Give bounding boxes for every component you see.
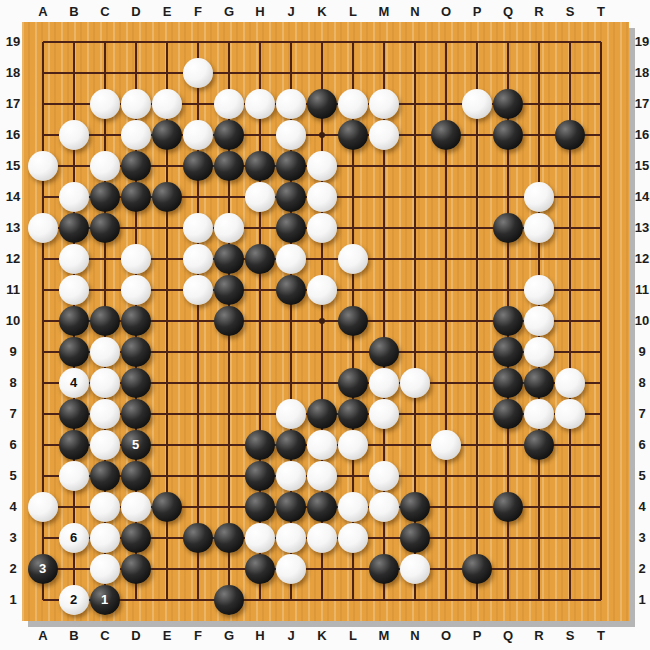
black-stone[interactable] [245, 461, 275, 491]
black-stone[interactable] [307, 492, 337, 522]
black-stone[interactable] [59, 399, 89, 429]
white-stone[interactable] [276, 89, 306, 119]
col-label-bottom-E: E [152, 629, 182, 643]
white-stone[interactable] [369, 461, 399, 491]
row-label-left-16: 16 [2, 128, 24, 142]
white-stone[interactable] [524, 213, 554, 243]
white-stone[interactable]: 2 [59, 585, 89, 615]
black-stone[interactable] [90, 182, 120, 212]
col-label-top-K: K [307, 5, 337, 19]
white-stone[interactable] [307, 275, 337, 305]
white-stone[interactable] [90, 89, 120, 119]
black-stone[interactable] [400, 492, 430, 522]
white-stone[interactable] [183, 213, 213, 243]
white-stone[interactable] [524, 337, 554, 367]
row-label-left-6: 6 [2, 438, 24, 452]
col-label-top-C: C [90, 5, 120, 19]
black-stone[interactable] [493, 120, 523, 150]
col-label-top-F: F [183, 5, 213, 19]
black-stone[interactable] [214, 244, 244, 274]
white-stone[interactable] [90, 337, 120, 367]
black-stone[interactable] [555, 120, 585, 150]
black-stone[interactable] [462, 554, 492, 584]
black-stone[interactable] [90, 461, 120, 491]
black-stone[interactable]: 1 [90, 585, 120, 615]
col-label-top-O: O [431, 5, 461, 19]
row-label-left-2: 2 [2, 562, 24, 576]
white-stone[interactable] [307, 461, 337, 491]
col-label-bottom-B: B [59, 629, 89, 643]
row-label-right-17: 17 [631, 97, 650, 111]
white-stone[interactable] [121, 120, 151, 150]
black-stone[interactable] [214, 523, 244, 553]
black-stone[interactable] [276, 430, 306, 460]
black-stone[interactable] [90, 213, 120, 243]
row-label-left-4: 4 [2, 500, 24, 514]
white-stone[interactable] [90, 368, 120, 398]
row-label-left-9: 9 [2, 345, 24, 359]
white-stone[interactable] [276, 120, 306, 150]
black-stone[interactable] [121, 523, 151, 553]
black-stone[interactable] [59, 213, 89, 243]
row-label-right-13: 13 [631, 221, 650, 235]
white-stone[interactable] [245, 523, 275, 553]
black-stone[interactable] [90, 306, 120, 336]
col-label-bottom-K: K [307, 629, 337, 643]
white-stone[interactable] [369, 492, 399, 522]
col-label-bottom-D: D [121, 629, 151, 643]
black-stone[interactable] [121, 182, 151, 212]
black-stone[interactable] [276, 151, 306, 181]
white-stone[interactable] [400, 368, 430, 398]
black-stone[interactable] [307, 399, 337, 429]
white-stone[interactable] [90, 430, 120, 460]
white-stone[interactable] [183, 58, 213, 88]
white-stone[interactable] [28, 151, 58, 181]
row-label-left-15: 15 [2, 159, 24, 173]
white-stone[interactable] [338, 430, 368, 460]
white-stone[interactable] [369, 368, 399, 398]
white-stone[interactable] [276, 523, 306, 553]
black-stone[interactable] [245, 554, 275, 584]
black-stone[interactable] [214, 275, 244, 305]
black-stone[interactable] [183, 523, 213, 553]
black-stone[interactable] [276, 275, 306, 305]
col-label-bottom-C: C [90, 629, 120, 643]
col-label-top-B: B [59, 5, 89, 19]
black-stone[interactable] [121, 151, 151, 181]
row-label-right-7: 7 [631, 407, 650, 421]
white-stone[interactable] [59, 244, 89, 274]
black-stone[interactable]: 5 [121, 430, 151, 460]
row-label-right-12: 12 [631, 252, 650, 266]
white-stone[interactable] [524, 275, 554, 305]
row-label-left-13: 13 [2, 221, 24, 235]
white-stone[interactable] [524, 182, 554, 212]
black-stone[interactable] [152, 492, 182, 522]
black-stone[interactable] [214, 120, 244, 150]
black-stone[interactable] [338, 399, 368, 429]
row-label-left-12: 12 [2, 252, 24, 266]
black-stone[interactable] [338, 368, 368, 398]
move-number-label: 6 [59, 523, 89, 553]
white-stone[interactable] [183, 275, 213, 305]
row-label-left-1: 1 [2, 593, 24, 607]
col-label-bottom-M: M [369, 629, 399, 643]
black-stone[interactable] [59, 337, 89, 367]
col-label-top-E: E [152, 5, 182, 19]
row-label-right-6: 6 [631, 438, 650, 452]
white-stone[interactable] [338, 244, 368, 274]
white-stone[interactable] [90, 492, 120, 522]
white-stone[interactable]: 6 [59, 523, 89, 553]
white-stone[interactable]: 4 [59, 368, 89, 398]
row-label-left-11: 11 [2, 283, 24, 297]
row-label-left-8: 8 [2, 376, 24, 390]
col-label-bottom-H: H [245, 629, 275, 643]
black-stone[interactable] [121, 306, 151, 336]
board-grid[interactable]: 456321 [27, 26, 616, 615]
white-stone[interactable] [307, 213, 337, 243]
black-stone[interactable] [245, 492, 275, 522]
row-label-left-17: 17 [2, 97, 24, 111]
black-stone[interactable] [152, 120, 182, 150]
white-stone[interactable] [28, 492, 58, 522]
white-stone[interactable] [121, 492, 151, 522]
black-stone[interactable] [276, 492, 306, 522]
white-stone[interactable] [214, 213, 244, 243]
row-label-right-9: 9 [631, 345, 650, 359]
white-stone[interactable] [338, 523, 368, 553]
black-stone[interactable] [338, 306, 368, 336]
col-label-bottom-G: G [214, 629, 244, 643]
black-stone[interactable] [276, 182, 306, 212]
black-stone[interactable] [369, 337, 399, 367]
col-label-bottom-S: S [555, 629, 585, 643]
white-stone[interactable] [28, 213, 58, 243]
row-label-right-15: 15 [631, 159, 650, 173]
col-label-top-T: T [586, 5, 616, 19]
black-stone[interactable] [214, 151, 244, 181]
row-label-right-3: 3 [631, 531, 650, 545]
col-label-top-G: G [214, 5, 244, 19]
black-stone[interactable] [493, 492, 523, 522]
black-stone[interactable] [121, 399, 151, 429]
black-stone[interactable] [493, 399, 523, 429]
white-stone[interactable] [524, 399, 554, 429]
black-stone[interactable] [431, 120, 461, 150]
white-stone[interactable] [183, 244, 213, 274]
white-stone[interactable] [121, 89, 151, 119]
white-stone[interactable] [276, 244, 306, 274]
black-stone[interactable] [183, 151, 213, 181]
col-label-top-R: R [524, 5, 554, 19]
white-stone[interactable] [90, 151, 120, 181]
black-stone[interactable] [214, 585, 244, 615]
white-stone[interactable] [276, 399, 306, 429]
black-stone[interactable] [338, 120, 368, 150]
black-stone[interactable] [493, 89, 523, 119]
black-stone[interactable] [121, 337, 151, 367]
black-stone[interactable] [121, 554, 151, 584]
white-stone[interactable] [183, 120, 213, 150]
black-stone[interactable] [245, 151, 275, 181]
col-label-bottom-R: R [524, 629, 554, 643]
white-stone[interactable] [59, 275, 89, 305]
go-board-page: 456321 AABBCCDDEEFFGGHHJJKKLLMMNNOOPPQQR… [0, 0, 650, 650]
white-stone[interactable] [59, 182, 89, 212]
move-number-label: 2 [59, 585, 89, 615]
col-label-top-A: A [28, 5, 58, 19]
black-stone[interactable] [524, 368, 554, 398]
white-stone[interactable] [400, 554, 430, 584]
col-label-bottom-P: P [462, 629, 492, 643]
black-stone[interactable] [307, 89, 337, 119]
col-label-top-M: M [369, 5, 399, 19]
row-label-left-19: 19 [2, 35, 24, 49]
white-stone[interactable] [245, 89, 275, 119]
col-label-top-S: S [555, 5, 585, 19]
black-stone[interactable] [59, 430, 89, 460]
white-stone[interactable] [338, 89, 368, 119]
row-label-left-18: 18 [2, 66, 24, 80]
white-stone[interactable] [276, 461, 306, 491]
white-stone[interactable] [555, 399, 585, 429]
row-label-right-19: 19 [631, 35, 650, 49]
row-label-right-10: 10 [631, 314, 650, 328]
white-stone[interactable] [276, 554, 306, 584]
black-stone[interactable] [245, 430, 275, 460]
black-stone[interactable] [493, 368, 523, 398]
white-stone[interactable] [524, 306, 554, 336]
white-stone[interactable] [307, 430, 337, 460]
col-label-bottom-A: A [28, 629, 58, 643]
black-stone[interactable] [524, 430, 554, 460]
row-label-right-5: 5 [631, 469, 650, 483]
black-stone[interactable] [245, 244, 275, 274]
col-label-bottom-N: N [400, 629, 430, 643]
white-stone[interactable] [369, 89, 399, 119]
white-stone[interactable] [245, 182, 275, 212]
black-stone[interactable] [493, 337, 523, 367]
white-stone[interactable] [90, 554, 120, 584]
row-label-left-3: 3 [2, 531, 24, 545]
white-stone[interactable] [307, 182, 337, 212]
row-label-left-7: 7 [2, 407, 24, 421]
col-label-top-N: N [400, 5, 430, 19]
black-stone[interactable] [493, 213, 523, 243]
col-label-top-P: P [462, 5, 492, 19]
black-stone[interactable] [121, 368, 151, 398]
white-stone[interactable] [121, 275, 151, 305]
white-stone[interactable] [307, 151, 337, 181]
row-label-right-18: 18 [631, 66, 650, 80]
row-label-left-10: 10 [2, 314, 24, 328]
black-stone[interactable] [400, 523, 430, 553]
white-stone[interactable] [90, 523, 120, 553]
row-label-right-4: 4 [631, 500, 650, 514]
black-stone[interactable] [121, 461, 151, 491]
col-label-top-D: D [121, 5, 151, 19]
row-label-right-8: 8 [631, 376, 650, 390]
black-stone[interactable] [152, 182, 182, 212]
move-number-label: 4 [59, 368, 89, 398]
col-label-top-Q: Q [493, 5, 523, 19]
white-stone[interactable] [59, 120, 89, 150]
move-number-label: 5 [121, 430, 151, 460]
white-stone[interactable] [431, 430, 461, 460]
black-stone[interactable] [214, 306, 244, 336]
white-stone[interactable] [369, 120, 399, 150]
white-stone[interactable] [152, 89, 182, 119]
white-stone[interactable] [121, 244, 151, 274]
row-label-right-1: 1 [631, 593, 650, 607]
col-label-bottom-F: F [183, 629, 213, 643]
col-label-top-H: H [245, 5, 275, 19]
black-stone[interactable] [493, 306, 523, 336]
col-label-top-J: J [276, 5, 306, 19]
row-label-right-14: 14 [631, 190, 650, 204]
white-stone[interactable] [369, 399, 399, 429]
black-stone[interactable]: 3 [28, 554, 58, 584]
black-stone[interactable] [276, 213, 306, 243]
white-stone[interactable] [59, 461, 89, 491]
white-stone[interactable] [307, 523, 337, 553]
col-label-bottom-Q: Q [493, 629, 523, 643]
white-stone[interactable] [555, 368, 585, 398]
row-label-left-14: 14 [2, 190, 24, 204]
white-stone[interactable] [90, 399, 120, 429]
move-number-label: 1 [90, 585, 120, 615]
col-label-bottom-L: L [338, 629, 368, 643]
black-stone[interactable] [369, 554, 399, 584]
white-stone[interactable] [338, 492, 368, 522]
row-label-right-2: 2 [631, 562, 650, 576]
white-stone[interactable] [462, 89, 492, 119]
col-label-bottom-J: J [276, 629, 306, 643]
move-number-label: 3 [28, 554, 58, 584]
row-label-right-16: 16 [631, 128, 650, 142]
col-label-top-L: L [338, 5, 368, 19]
col-label-bottom-O: O [431, 629, 461, 643]
row-label-right-11: 11 [631, 283, 650, 297]
black-stone[interactable] [59, 306, 89, 336]
white-stone[interactable] [214, 89, 244, 119]
col-label-bottom-T: T [586, 629, 616, 643]
row-label-left-5: 5 [2, 469, 24, 483]
